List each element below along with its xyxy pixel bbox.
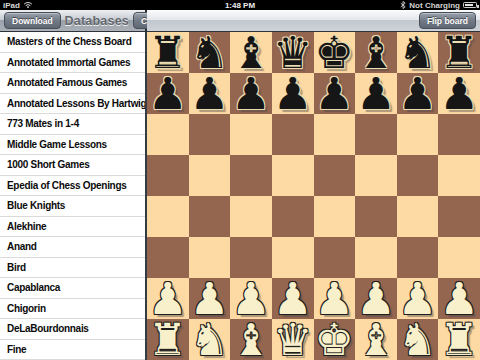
square-g4[interactable] xyxy=(397,196,439,237)
black-pawn[interactable]: ♟ xyxy=(273,74,312,114)
square-e4[interactable] xyxy=(314,196,356,237)
square-h8[interactable]: ♜ xyxy=(438,32,480,73)
square-d1[interactable]: ♛ xyxy=(272,319,314,360)
white-pawn[interactable]: ♟ xyxy=(231,279,270,319)
square-g1[interactable]: ♞ xyxy=(397,319,439,360)
square-h4[interactable] xyxy=(438,196,480,237)
database-item-alekhine[interactable]: Alekhine xyxy=(0,217,145,238)
database-item-773-mates-in-1-4[interactable]: 773 Mates in 1-4 xyxy=(0,114,145,135)
black-rook[interactable]: ♜ xyxy=(439,33,478,73)
white-pawn[interactable]: ♟ xyxy=(190,279,229,319)
square-a6[interactable] xyxy=(147,114,189,155)
white-rook[interactable]: ♜ xyxy=(439,320,478,360)
database-item-annotated-immortal-games[interactable]: Annotated Immortal Games xyxy=(0,53,145,74)
database-item-annotated-famous-games[interactable]: Annotated Famous Games xyxy=(0,73,145,94)
square-g5[interactable] xyxy=(397,155,439,196)
square-b7[interactable]: ♟ xyxy=(189,73,231,114)
database-item-bird[interactable]: Bird xyxy=(0,258,145,279)
square-f6[interactable] xyxy=(355,114,397,155)
square-g6[interactable] xyxy=(397,114,439,155)
database-item-delabourdonnais[interactable]: DeLaBourdonnais xyxy=(0,319,145,340)
white-pawn[interactable]: ♟ xyxy=(398,279,437,319)
white-knight[interactable]: ♞ xyxy=(398,320,437,360)
square-b8[interactable]: ♞ xyxy=(189,32,231,73)
white-rook[interactable]: ♜ xyxy=(148,320,187,360)
square-g3[interactable] xyxy=(397,237,439,278)
square-f8[interactable]: ♝ xyxy=(355,32,397,73)
database-item-epedia-of-chess-openings[interactable]: Epedia of Chess Openings xyxy=(0,176,145,197)
square-f4[interactable] xyxy=(355,196,397,237)
square-e3[interactable] xyxy=(314,237,356,278)
square-b5[interactable] xyxy=(189,155,231,196)
square-b4[interactable] xyxy=(189,196,231,237)
square-f1[interactable]: ♝ xyxy=(355,319,397,360)
square-f7[interactable]: ♟ xyxy=(355,73,397,114)
database-item-chigorin[interactable]: Chigorin xyxy=(0,299,145,320)
black-pawn[interactable]: ♟ xyxy=(398,74,437,114)
white-pawn[interactable]: ♟ xyxy=(315,279,354,319)
square-c3[interactable] xyxy=(230,237,272,278)
square-h7[interactable]: ♟ xyxy=(438,73,480,114)
square-c2[interactable]: ♟ xyxy=(230,278,272,319)
square-b6[interactable] xyxy=(189,114,231,155)
battery-icon xyxy=(463,2,477,8)
black-knight[interactable]: ♞ xyxy=(190,33,229,73)
database-item-blue-knights[interactable]: Blue Knights xyxy=(0,196,145,217)
black-pawn[interactable]: ♟ xyxy=(439,74,478,114)
black-queen[interactable]: ♛ xyxy=(273,33,312,73)
chess-board: ♜♞♝♛♚♝♞♜♟♟♟♟♟♟♟♟♟♟♟♟♟♟♟♟♜♞♝♛♚♝♞♜ xyxy=(147,32,480,360)
square-b3[interactable] xyxy=(189,237,231,278)
square-a8[interactable]: ♜ xyxy=(147,32,189,73)
database-list-panel: Masters of the Chess BoardAnnotated Immo… xyxy=(0,32,147,360)
square-c1[interactable]: ♝ xyxy=(230,319,272,360)
square-d4[interactable] xyxy=(272,196,314,237)
status-bar: iPad 1:48 PM Not Charging xyxy=(0,0,480,10)
database-item-masters-of-the-chess-board[interactable]: Masters of the Chess Board xyxy=(0,32,145,53)
square-c8[interactable]: ♝ xyxy=(230,32,272,73)
white-knight[interactable]: ♞ xyxy=(190,320,229,360)
black-rook[interactable]: ♜ xyxy=(148,33,187,73)
square-d7[interactable]: ♟ xyxy=(272,73,314,114)
database-item-annotated-lessons-by-hartwig[interactable]: Annotated Lessons By Hartwig xyxy=(0,94,145,115)
square-e5[interactable] xyxy=(314,155,356,196)
database-item-fine[interactable]: Fine xyxy=(0,340,145,360)
page-title: Databases xyxy=(65,14,129,28)
square-e1[interactable]: ♚ xyxy=(314,319,356,360)
app-screen: iPad 1:48 PM Not Charging Download Datab… xyxy=(0,0,480,360)
black-bishop[interactable]: ♝ xyxy=(356,33,395,73)
square-a2[interactable]: ♟ xyxy=(147,278,189,319)
square-a4[interactable] xyxy=(147,196,189,237)
white-queen[interactable]: ♛ xyxy=(273,320,312,360)
black-bishop[interactable]: ♝ xyxy=(231,33,270,73)
white-king[interactable]: ♚ xyxy=(315,320,354,360)
square-a3[interactable] xyxy=(147,237,189,278)
database-list: Masters of the Chess BoardAnnotated Immo… xyxy=(0,32,145,360)
white-pawn[interactable]: ♟ xyxy=(148,279,187,319)
square-f3[interactable] xyxy=(355,237,397,278)
square-e7[interactable]: ♟ xyxy=(314,73,356,114)
square-e2[interactable]: ♟ xyxy=(314,278,356,319)
square-d2[interactable]: ♟ xyxy=(272,278,314,319)
square-h1[interactable]: ♜ xyxy=(438,319,480,360)
main-content: Masters of the Chess BoardAnnotated Immo… xyxy=(0,32,480,360)
database-item-capablanca[interactable]: Capablanca xyxy=(0,278,145,299)
square-c7[interactable]: ♟ xyxy=(230,73,272,114)
download-button[interactable]: Download xyxy=(4,12,61,29)
square-a5[interactable] xyxy=(147,155,189,196)
square-h3[interactable] xyxy=(438,237,480,278)
black-pawn[interactable]: ♟ xyxy=(190,74,229,114)
square-b2[interactable]: ♟ xyxy=(189,278,231,319)
square-e6[interactable] xyxy=(314,114,356,155)
square-g7[interactable]: ♟ xyxy=(397,73,439,114)
database-item-1000-short-games[interactable]: 1000 Short Games xyxy=(0,155,145,176)
square-a7[interactable]: ♟ xyxy=(147,73,189,114)
square-h2[interactable]: ♟ xyxy=(438,278,480,319)
black-king[interactable]: ♚ xyxy=(315,33,354,73)
square-g8[interactable]: ♞ xyxy=(397,32,439,73)
square-d5[interactable] xyxy=(272,155,314,196)
black-pawn[interactable]: ♟ xyxy=(148,74,187,114)
white-pawn[interactable]: ♟ xyxy=(439,279,478,319)
black-pawn[interactable]: ♟ xyxy=(356,74,395,114)
database-item-middle-game-lessons[interactable]: Middle Game Lessons xyxy=(0,135,145,156)
black-knight[interactable]: ♞ xyxy=(398,33,437,73)
square-c6[interactable] xyxy=(230,114,272,155)
square-d3[interactable] xyxy=(272,237,314,278)
square-c4[interactable] xyxy=(230,196,272,237)
square-f5[interactable] xyxy=(355,155,397,196)
white-bishop[interactable]: ♝ xyxy=(231,320,270,360)
square-a1[interactable]: ♜ xyxy=(147,319,189,360)
square-g2[interactable]: ♟ xyxy=(397,278,439,319)
square-h6[interactable] xyxy=(438,114,480,155)
white-pawn[interactable]: ♟ xyxy=(356,279,395,319)
square-e8[interactable]: ♚ xyxy=(314,32,356,73)
square-d6[interactable] xyxy=(272,114,314,155)
square-b1[interactable]: ♞ xyxy=(189,319,231,360)
square-h5[interactable] xyxy=(438,155,480,196)
square-d8[interactable]: ♛ xyxy=(272,32,314,73)
database-item-anand[interactable]: Anand xyxy=(0,237,145,258)
white-pawn[interactable]: ♟ xyxy=(273,279,312,319)
black-pawn[interactable]: ♟ xyxy=(231,74,270,114)
square-f2[interactable]: ♟ xyxy=(355,278,397,319)
sidebar-toolbar: Download Databases Create xyxy=(0,10,147,32)
black-pawn[interactable]: ♟ xyxy=(315,74,354,114)
square-c5[interactable] xyxy=(230,155,272,196)
white-bishop[interactable]: ♝ xyxy=(356,320,395,360)
status-time: 1:48 PM xyxy=(0,1,480,10)
